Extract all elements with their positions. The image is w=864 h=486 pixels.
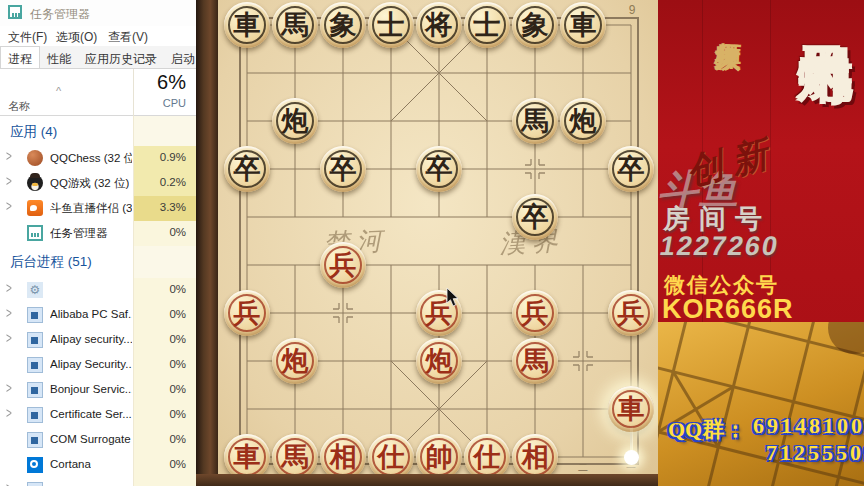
piece-glyph: 車 xyxy=(570,10,597,40)
piece-glyph: 仕 xyxy=(378,442,405,472)
gear-icon: ⚙ xyxy=(27,282,43,298)
qqgame-icon xyxy=(27,175,43,191)
process-row[interactable]: 0%任务管理器 xyxy=(0,221,196,246)
expand-chevron-icon[interactable]: > xyxy=(6,481,12,486)
name-column-header[interactable]: 名称 xyxy=(8,99,30,114)
process-name: Alibaba PC Saf... xyxy=(50,308,132,320)
piece-glyph: 兵 xyxy=(330,250,357,280)
tab-bar: 进程性能应用历史记录启动用户详细信息 xyxy=(0,46,196,69)
red-piece-c[interactable]: 炮 xyxy=(416,338,462,384)
process-group-header[interactable]: 应用 (4) xyxy=(0,116,196,146)
menu-options[interactable]: 选项(O) xyxy=(56,29,97,46)
screenshot-root: { "taskmgr": { "title": "任务管理器", "menu":… xyxy=(0,0,864,486)
process-row[interactable]: 3.3%>斗鱼直播伴侣 (3... xyxy=(0,196,196,221)
piece-glyph: 卒 xyxy=(330,154,357,184)
last-move-origin-marker xyxy=(624,450,639,465)
piece-glyph: 炮 xyxy=(426,346,453,376)
piece-glyph: 帥 xyxy=(426,442,453,472)
piece-glyph: 兵 xyxy=(234,298,261,328)
cpu-cell: 0.9% xyxy=(133,146,196,171)
cpu-cell: 0% xyxy=(133,303,196,328)
last-move-streak xyxy=(630,425,633,451)
banner-calligraphy: 创新 xyxy=(681,128,782,198)
black-piece-n[interactable]: 馬 xyxy=(512,98,558,144)
piece-glyph: 仕 xyxy=(474,442,501,472)
process-row[interactable]: > xyxy=(0,478,196,486)
tab-performance[interactable]: 性能 xyxy=(40,47,78,68)
expand-chevron-icon[interactable]: > xyxy=(6,306,12,321)
black-piece-r[interactable]: 車 xyxy=(560,2,606,48)
black-piece-c[interactable]: 炮 xyxy=(272,98,318,144)
black-piece-r[interactable]: 車 xyxy=(224,2,270,48)
banner-main-title: 中炮对屏风马 xyxy=(788,2,864,484)
xiangqi-board[interactable]: 楚 河 漢 界 9 二 一 xyxy=(196,0,658,486)
process-group-header[interactable]: 后台进程 (51) xyxy=(0,246,196,278)
black-piece-p[interactable]: 卒 xyxy=(224,146,270,192)
cpu-value: 0% xyxy=(169,283,186,295)
cpu-value: 0% xyxy=(169,358,186,370)
cpu-cell: 0% xyxy=(133,378,196,403)
black-piece-a[interactable]: 士 xyxy=(464,2,510,48)
process-group-label: 应用 (4) xyxy=(10,123,57,141)
taskmgr-icon xyxy=(27,225,43,241)
process-name: Cortana xyxy=(50,458,91,470)
cpu-total-value: 6% xyxy=(157,71,186,94)
task-manager-icon xyxy=(8,5,22,19)
process-name: 任务管理器 xyxy=(50,226,108,241)
cpu-value: 0% xyxy=(169,458,186,470)
qqchess-icon xyxy=(27,150,43,166)
piece-glyph: 馬 xyxy=(282,10,309,40)
red-piece-p[interactable]: 兵 xyxy=(512,290,558,336)
black-piece-p[interactable]: 卒 xyxy=(320,146,366,192)
black-piece-p[interactable]: 卒 xyxy=(416,146,462,192)
qq-group-label: QQ群： xyxy=(668,415,746,445)
cpu-cell xyxy=(133,246,196,278)
window-icon xyxy=(27,332,43,348)
black-piece-a[interactable]: 士 xyxy=(368,2,414,48)
window-icon xyxy=(27,357,43,373)
stream-banner: 中炮对屏风马 象棋大师 创新 斗鱼 房间号 1227260 微信公众号 KOR6… xyxy=(658,0,864,486)
cpu-cell: 0% xyxy=(133,278,196,303)
piece-glyph: 馬 xyxy=(522,346,549,376)
red-piece-c[interactable]: 炮 xyxy=(272,338,318,384)
piece-glyph: 象 xyxy=(522,10,549,40)
tab-startup[interactable]: 启动 xyxy=(164,47,196,68)
window-icon xyxy=(27,432,43,448)
piece-glyph: 車 xyxy=(234,10,261,40)
column-header-row: ^ 6% CPU 名称 xyxy=(0,69,196,116)
cpu-cell xyxy=(133,116,196,146)
process-name: COM Surrogate xyxy=(50,433,131,445)
window-icon xyxy=(27,407,43,423)
piece-glyph: 卒 xyxy=(522,202,549,232)
menu-file[interactable]: 文件(F) xyxy=(8,29,47,46)
board-frame-left xyxy=(196,0,218,486)
process-row[interactable]: 0%>Bonjour Servic... xyxy=(0,378,196,403)
piece-glyph: 炮 xyxy=(570,106,597,136)
sort-caret-icon: ^ xyxy=(56,85,61,97)
process-name: 斗鱼直播伴侣 (3... xyxy=(50,201,132,216)
file-label-9: 9 xyxy=(629,3,636,17)
cpu-cell: 0% xyxy=(133,221,196,246)
wechat-account-id: KOR666R xyxy=(662,294,794,325)
piece-glyph: 将 xyxy=(426,10,453,40)
piece-glyph: 相 xyxy=(522,442,549,472)
window-icon xyxy=(27,307,43,323)
piece-glyph: 卒 xyxy=(234,154,261,184)
expand-chevron-icon[interactable]: > xyxy=(6,281,12,296)
red-piece-p[interactable]: 兵 xyxy=(608,290,654,336)
black-piece-c[interactable]: 炮 xyxy=(560,98,606,144)
banner-subtitle: 象棋大师 xyxy=(714,21,744,22)
process-row[interactable]: 0%Alipay Security... xyxy=(0,353,196,378)
tab-processes[interactable]: 进程 xyxy=(0,46,40,69)
process-row[interactable]: 0.9%>QQChess (32 位) xyxy=(0,146,196,171)
cpu-cell: 3.3% xyxy=(133,196,196,221)
expand-chevron-icon[interactable]: > xyxy=(6,381,12,396)
expand-chevron-icon[interactable]: > xyxy=(6,174,12,189)
cpu-value: 0% xyxy=(169,408,186,420)
menu-view[interactable]: 查看(V) xyxy=(108,29,148,46)
red-piece-p[interactable]: 兵 xyxy=(320,242,366,288)
expand-chevron-icon[interactable]: > xyxy=(6,406,12,421)
piece-glyph: 相 xyxy=(330,442,357,472)
cpu-cell: 0% xyxy=(133,453,196,478)
piece-glyph: 士 xyxy=(474,10,501,40)
piece-glyph: 士 xyxy=(378,10,405,40)
process-name: QQChess (32 位) xyxy=(50,151,132,166)
cpu-cell: 0% xyxy=(133,428,196,453)
expand-chevron-icon[interactable]: > xyxy=(6,199,12,214)
piece-glyph: 馬 xyxy=(282,442,309,472)
cpu-cell: 0.2% xyxy=(133,171,196,196)
piece-glyph: 車 xyxy=(234,442,261,472)
black-piece-n[interactable]: 馬 xyxy=(272,2,318,48)
room-number-value: 1227260 xyxy=(658,231,782,262)
expand-chevron-icon[interactable]: > xyxy=(6,149,12,164)
process-list: 应用 (4)0.9%>QQChess (32 位)0.2%>QQ游戏 (32 位… xyxy=(0,116,196,486)
cpu-value: 0.9% xyxy=(160,151,186,163)
piece-glyph: 炮 xyxy=(282,106,309,136)
piece-glyph: 車 xyxy=(618,394,645,424)
process-group-label: 后台进程 (51) xyxy=(10,253,92,271)
piece-glyph: 馬 xyxy=(522,106,549,136)
piece-glyph: 兵 xyxy=(522,298,549,328)
file-label-er: 二 xyxy=(578,462,588,473)
process-name: Alipay Security... xyxy=(50,358,132,370)
tab-app-history[interactable]: 应用历史记录 xyxy=(78,47,164,68)
process-row[interactable]: 0%Cortana xyxy=(0,453,196,478)
piece-glyph: 炮 xyxy=(282,346,309,376)
cpu-value: 0% xyxy=(169,308,186,320)
black-piece-p[interactable]: 卒 xyxy=(608,146,654,192)
process-name: Bonjour Servic... xyxy=(50,383,132,395)
window-icon xyxy=(27,482,43,486)
red-piece-p[interactable]: 兵 xyxy=(224,290,270,336)
cpu-value: 0.2% xyxy=(160,176,186,188)
board-frame-bottom xyxy=(196,474,658,486)
piece-glyph: 卒 xyxy=(426,154,453,184)
cpu-cell: 0% xyxy=(133,403,196,428)
process-row[interactable]: 0%>⚙ xyxy=(0,278,196,303)
black-piece-k[interactable]: 将 xyxy=(416,2,462,48)
black-piece-b[interactable]: 象 xyxy=(320,2,366,48)
piece-glyph: 象 xyxy=(330,10,357,40)
black-piece-p[interactable]: 卒 xyxy=(512,194,558,240)
cpu-value: 3.3% xyxy=(160,201,186,213)
xiangqi-board-window: 楚 河 漢 界 9 二 一 車馬象士将士象車炮馬炮卒卒卒卒卒兵兵兵兵兵炮炮馬車車… xyxy=(196,0,658,486)
cpu-value: 0% xyxy=(169,383,186,395)
cpu-value: 0% xyxy=(169,333,186,345)
process-name: QQ游戏 (32 位) xyxy=(50,176,129,191)
window-icon xyxy=(27,382,43,398)
process-name: Alipay security... xyxy=(50,333,132,345)
expand-chevron-icon[interactable]: > xyxy=(6,331,12,346)
menu-bar: 文件(F) 选项(O) 查看(V) xyxy=(0,26,196,46)
piece-glyph: 卒 xyxy=(618,154,645,184)
task-manager-window: 任务管理器 文件(F) 选项(O) 查看(V) 进程性能应用历史记录启动用户详细… xyxy=(0,0,196,486)
mouse-cursor xyxy=(446,288,462,308)
piece-glyph: 兵 xyxy=(618,298,645,328)
process-row[interactable]: 0%COM Surrogate xyxy=(0,428,196,453)
window-title: 任务管理器 xyxy=(30,6,90,23)
douyu-icon xyxy=(27,200,43,216)
black-piece-b[interactable]: 象 xyxy=(512,2,558,48)
cpu-cell: 0% xyxy=(133,353,196,378)
cpu-value: 0% xyxy=(169,226,186,238)
cortana-icon xyxy=(27,457,43,473)
process-name: Certificate Ser... xyxy=(50,408,132,420)
cpu-value: 0% xyxy=(169,433,186,445)
cpu-cell: 0% xyxy=(133,328,196,353)
title-bar[interactable]: 任务管理器 xyxy=(0,0,196,26)
red-piece-n[interactable]: 馬 xyxy=(512,338,558,384)
process-row[interactable]: 0%>Alibaba PC Saf... xyxy=(0,303,196,328)
process-row[interactable]: 0%>Certificate Ser... xyxy=(0,403,196,428)
process-row[interactable]: 0.2%>QQ游戏 (32 位) xyxy=(0,171,196,196)
cpu-column-header[interactable]: CPU xyxy=(163,97,186,109)
process-row[interactable]: 0%>Alipay security... xyxy=(0,328,196,353)
cpu-cell xyxy=(133,478,196,486)
